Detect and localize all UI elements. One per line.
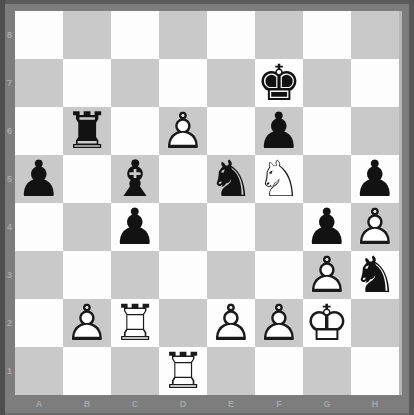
rank-label-3: 3 bbox=[0, 251, 15, 299]
square-d5[interactable] bbox=[159, 155, 207, 203]
piece-glyph-outline: ♙ bbox=[207, 299, 255, 347]
square-e4[interactable] bbox=[207, 203, 255, 251]
frame-edge-top bbox=[0, 0, 414, 4]
square-d3[interactable] bbox=[159, 251, 207, 299]
square-e5[interactable]: ♞ bbox=[207, 155, 255, 203]
square-f3[interactable] bbox=[255, 251, 303, 299]
square-f4[interactable] bbox=[255, 203, 303, 251]
square-h3[interactable]: ♞ bbox=[351, 251, 399, 299]
piece-glyph-outline: ♙ bbox=[351, 203, 399, 251]
black-rook-b6[interactable]: ♜ bbox=[63, 107, 111, 155]
square-g4[interactable]: ♟ bbox=[303, 203, 351, 251]
rank-label-1: 1 bbox=[0, 347, 15, 395]
square-c5[interactable]: ♝ bbox=[111, 155, 159, 203]
square-b1[interactable] bbox=[63, 347, 111, 395]
square-f8[interactable] bbox=[255, 11, 303, 59]
rank-label-8: 8 bbox=[0, 11, 15, 59]
white-pawn-h4[interactable]: ♟♙ bbox=[351, 203, 399, 251]
rank-labels: 87654321 bbox=[0, 11, 15, 395]
square-c1[interactable] bbox=[111, 347, 159, 395]
file-label-f: F bbox=[255, 398, 303, 413]
square-h5[interactable]: ♟ bbox=[351, 155, 399, 203]
square-a3[interactable] bbox=[15, 251, 63, 299]
square-f7[interactable]: ♚ bbox=[255, 59, 303, 107]
square-d4[interactable] bbox=[159, 203, 207, 251]
white-rook-c2[interactable]: ♜♖ bbox=[111, 299, 159, 347]
white-pawn-b2[interactable]: ♟♙ bbox=[63, 299, 111, 347]
square-h6[interactable] bbox=[351, 107, 399, 155]
square-g7[interactable] bbox=[303, 59, 351, 107]
square-g5[interactable] bbox=[303, 155, 351, 203]
black-king-f7[interactable]: ♚ bbox=[255, 59, 303, 107]
piece-glyph-outline: ♖ bbox=[159, 347, 207, 395]
square-c3[interactable] bbox=[111, 251, 159, 299]
rank-label-6: 6 bbox=[0, 107, 15, 155]
file-labels: ABCDEFGH bbox=[15, 398, 399, 413]
piece-glyph-outline: ♙ bbox=[159, 107, 207, 155]
square-e2[interactable]: ♟♙ bbox=[207, 299, 255, 347]
rank-label-7: 7 bbox=[0, 59, 15, 107]
file-label-a: A bbox=[15, 398, 63, 413]
square-d2[interactable] bbox=[159, 299, 207, 347]
square-h4[interactable]: ♟♙ bbox=[351, 203, 399, 251]
square-g1[interactable] bbox=[303, 347, 351, 395]
square-e3[interactable] bbox=[207, 251, 255, 299]
square-a4[interactable] bbox=[15, 203, 63, 251]
piece-glyph-outline: ♙ bbox=[303, 251, 351, 299]
black-knight-e5[interactable]: ♞ bbox=[207, 155, 255, 203]
square-b4[interactable] bbox=[63, 203, 111, 251]
black-pawn-h5[interactable]: ♟ bbox=[351, 155, 399, 203]
file-label-c: C bbox=[111, 398, 159, 413]
square-b3[interactable] bbox=[63, 251, 111, 299]
square-b6[interactable]: ♜ bbox=[63, 107, 111, 155]
black-pawn-g4[interactable]: ♟ bbox=[303, 203, 351, 251]
white-rook-d1[interactable]: ♜♖ bbox=[159, 347, 207, 395]
square-c7[interactable] bbox=[111, 59, 159, 107]
square-h7[interactable] bbox=[351, 59, 399, 107]
square-b8[interactable] bbox=[63, 11, 111, 59]
file-label-h: H bbox=[351, 398, 399, 413]
black-knight-h3[interactable]: ♞ bbox=[351, 251, 399, 299]
piece-glyph-outline: ♖ bbox=[111, 299, 159, 347]
white-pawn-e2[interactable]: ♟♙ bbox=[207, 299, 255, 347]
square-a7[interactable] bbox=[15, 59, 63, 107]
square-b2[interactable]: ♟♙ bbox=[63, 299, 111, 347]
square-f5[interactable]: ♞♘ bbox=[255, 155, 303, 203]
square-f1[interactable] bbox=[255, 347, 303, 395]
black-pawn-f6[interactable]: ♟ bbox=[255, 107, 303, 155]
square-d1[interactable]: ♜♖ bbox=[159, 347, 207, 395]
square-f2[interactable]: ♟♙ bbox=[255, 299, 303, 347]
square-g8[interactable] bbox=[303, 11, 351, 59]
file-label-e: E bbox=[207, 398, 255, 413]
square-a8[interactable] bbox=[15, 11, 63, 59]
black-pawn-c4[interactable]: ♟ bbox=[111, 203, 159, 251]
square-g3[interactable]: ♟♙ bbox=[303, 251, 351, 299]
file-label-g: G bbox=[303, 398, 351, 413]
square-e6[interactable] bbox=[207, 107, 255, 155]
square-h2[interactable] bbox=[351, 299, 399, 347]
square-a1[interactable] bbox=[15, 347, 63, 395]
square-g2[interactable]: ♚♔ bbox=[303, 299, 351, 347]
piece-glyph-outline: ♔ bbox=[303, 299, 351, 347]
square-e8[interactable] bbox=[207, 11, 255, 59]
frame-edge-right bbox=[409, 0, 414, 415]
white-pawn-g3[interactable]: ♟♙ bbox=[303, 251, 351, 299]
white-knight-f5[interactable]: ♞♘ bbox=[255, 155, 303, 203]
square-d7[interactable] bbox=[159, 59, 207, 107]
square-a2[interactable] bbox=[15, 299, 63, 347]
white-king-g2[interactable]: ♚♔ bbox=[303, 299, 351, 347]
square-d6[interactable]: ♟♙ bbox=[159, 107, 207, 155]
piece-glyph-outline: ♙ bbox=[63, 299, 111, 347]
square-b7[interactable] bbox=[63, 59, 111, 107]
rank-label-2: 2 bbox=[0, 299, 15, 347]
square-c2[interactable]: ♜♖ bbox=[111, 299, 159, 347]
square-c4[interactable]: ♟ bbox=[111, 203, 159, 251]
square-a5[interactable]: ♟ bbox=[15, 155, 63, 203]
black-pawn-a5[interactable]: ♟ bbox=[15, 155, 63, 203]
square-e7[interactable] bbox=[207, 59, 255, 107]
square-e1[interactable] bbox=[207, 347, 255, 395]
square-h8[interactable] bbox=[351, 11, 399, 59]
square-a6[interactable] bbox=[15, 107, 63, 155]
square-f6[interactable]: ♟ bbox=[255, 107, 303, 155]
file-label-b: B bbox=[63, 398, 111, 413]
white-pawn-f2[interactable]: ♟♙ bbox=[255, 299, 303, 347]
square-b5[interactable] bbox=[63, 155, 111, 203]
piece-glyph-outline: ♘ bbox=[255, 155, 303, 203]
rank-label-4: 4 bbox=[0, 203, 15, 251]
board: ♚♜♟♙♟♟♝♞♞♘♟♟♟♟♙♟♙♞♟♙♜♖♟♙♟♙♚♔♜♖ bbox=[15, 11, 399, 395]
square-g6[interactable] bbox=[303, 107, 351, 155]
piece-glyph-outline: ♙ bbox=[255, 299, 303, 347]
rank-label-5: 5 bbox=[0, 155, 15, 203]
file-label-d: D bbox=[159, 398, 207, 413]
square-h1[interactable] bbox=[351, 347, 399, 395]
square-d8[interactable] bbox=[159, 11, 207, 59]
square-c6[interactable] bbox=[111, 107, 159, 155]
square-c8[interactable] bbox=[111, 11, 159, 59]
black-bishop-c5[interactable]: ♝ bbox=[111, 155, 159, 203]
chess-board-frame: 87654321 ♚♜♟♙♟♟♝♞♞♘♟♟♟♟♙♟♙♞♟♙♜♖♟♙♟♙♚♔♜♖ … bbox=[0, 0, 414, 415]
white-pawn-d6[interactable]: ♟♙ bbox=[159, 107, 207, 155]
